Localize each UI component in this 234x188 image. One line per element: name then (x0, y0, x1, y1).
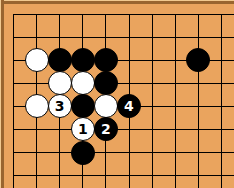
board-edge-left (1, 0, 4, 188)
white-stone[interactable] (48, 71, 72, 95)
black-stone[interactable] (71, 141, 95, 165)
white-stone[interactable] (25, 48, 49, 72)
white-stone[interactable] (25, 94, 49, 118)
black-stone[interactable] (71, 48, 95, 72)
white-stone-move-3[interactable]: 3 (48, 94, 72, 118)
black-stone[interactable] (94, 48, 118, 72)
move-number-label: 4 (124, 99, 134, 113)
stones-layer: 3412 (2, 2, 233, 187)
white-stone[interactable] (94, 94, 118, 118)
move-number-label: 2 (101, 122, 111, 136)
black-stone[interactable] (71, 94, 95, 118)
move-number-label: 1 (78, 122, 88, 136)
black-stone[interactable] (94, 71, 118, 95)
white-stone-move-1[interactable]: 1 (71, 117, 95, 141)
go-board[interactable]: 3412 (0, 0, 234, 188)
white-stone[interactable] (71, 71, 95, 95)
black-stone-move-2[interactable]: 2 (94, 117, 118, 141)
board-edge-top (0, 1, 234, 4)
black-stone-move-4[interactable]: 4 (117, 94, 141, 118)
move-number-label: 3 (55, 99, 65, 113)
black-stone[interactable] (186, 48, 210, 72)
black-stone[interactable] (48, 48, 72, 72)
